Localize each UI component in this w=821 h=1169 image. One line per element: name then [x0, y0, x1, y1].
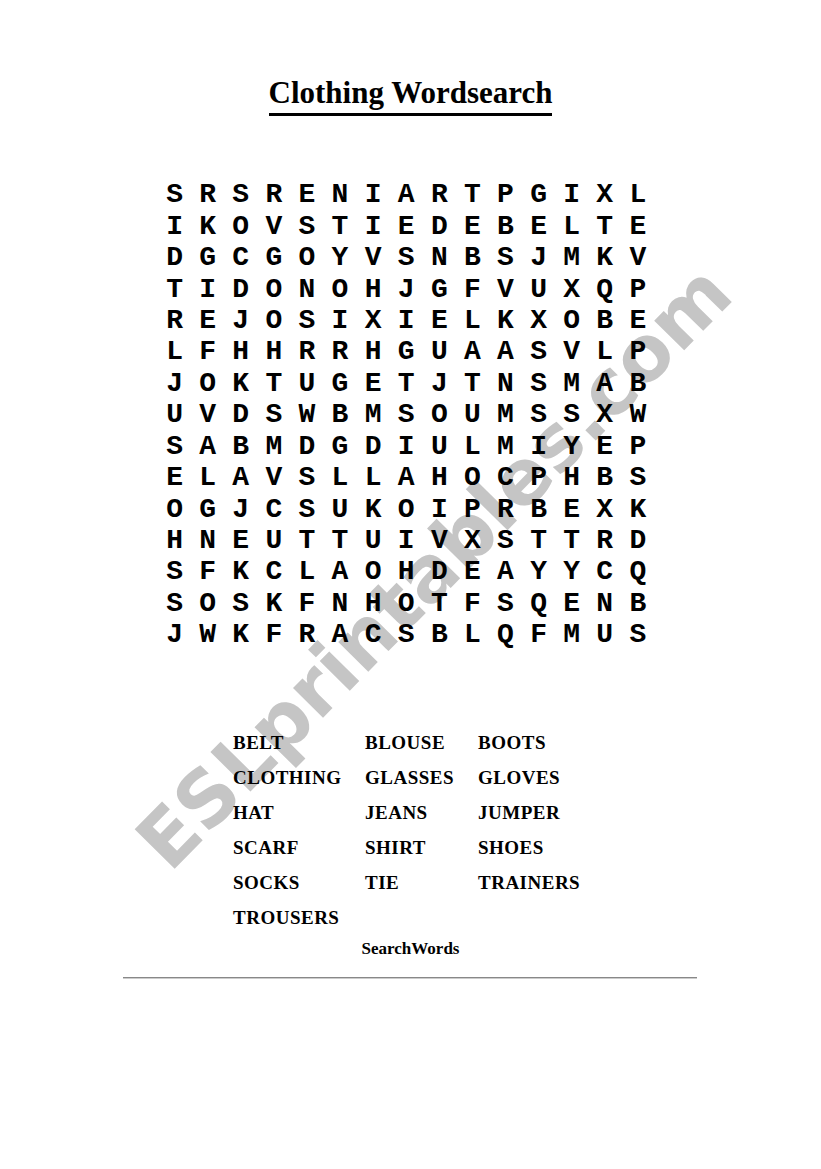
grid-cell: L [323, 462, 356, 493]
grid-cell: L [621, 179, 654, 210]
grid-cell: V [357, 242, 390, 273]
grid-cell: L [588, 336, 621, 367]
grid-cell: T [588, 210, 621, 241]
grid-cell: N [191, 525, 224, 556]
grid-cell: B [621, 368, 654, 399]
grid-cell: H [257, 336, 290, 367]
grid-cell: S [158, 179, 191, 210]
worksheet-page: ESLprintables.com Clothing Wordsearch SR… [0, 0, 821, 1169]
grid-cell: A [224, 462, 257, 493]
grid-cell: J [423, 368, 456, 399]
word-list-item: JEANS [365, 795, 478, 830]
grid-cell: S [522, 336, 555, 367]
grid-cell: D [224, 399, 257, 430]
grid-cell: E [158, 462, 191, 493]
grid-cell: G [257, 242, 290, 273]
grid-cell: T [323, 210, 356, 241]
grid-cell: E [423, 305, 456, 336]
grid-cell: R [489, 493, 522, 524]
grid-cell: F [522, 619, 555, 650]
word-list-item: SHIRT [365, 830, 478, 865]
grid-cell: X [588, 399, 621, 430]
grid-cell: W [191, 619, 224, 650]
grid-cell: M [257, 431, 290, 462]
grid-cell: I [357, 210, 390, 241]
grid-cell: T [522, 525, 555, 556]
grid-cell: R [290, 336, 323, 367]
grid-cell: B [588, 462, 621, 493]
grid-cell: Q [621, 556, 654, 587]
grid-cell: R [290, 619, 323, 650]
horizontal-rule [123, 977, 697, 978]
grid-cell: A [323, 619, 356, 650]
grid-cell: V [423, 525, 456, 556]
grid-cell: K [224, 368, 257, 399]
grid-cell: U [290, 368, 323, 399]
grid-cell: G [423, 273, 456, 304]
grid-cell: H [357, 273, 390, 304]
grid-cell: O [191, 588, 224, 619]
grid-cell: I [423, 493, 456, 524]
word-list-item: SCARF [233, 830, 365, 865]
word-list-item: GLASSES [365, 760, 478, 795]
grid-cell: A [191, 431, 224, 462]
grid-cell: G [323, 431, 356, 462]
grid-cell: U [158, 399, 191, 430]
grid-cell: T [456, 368, 489, 399]
grid-cell: J [522, 242, 555, 273]
grid-cell: C [489, 462, 522, 493]
grid-cell: B [456, 242, 489, 273]
grid-cell: M [555, 242, 588, 273]
grid-cell: S [224, 179, 257, 210]
grid-cell: G [191, 242, 224, 273]
grid-cell: L [290, 556, 323, 587]
grid-cell: D [357, 431, 390, 462]
grid-cell: Q [588, 273, 621, 304]
grid-cell: O [390, 588, 423, 619]
grid-cell: B [489, 210, 522, 241]
grid-cell: G [522, 179, 555, 210]
grid-cell: R [588, 525, 621, 556]
grid-cell: A [489, 556, 522, 587]
grid-cell: H [555, 462, 588, 493]
grid-cell: C [357, 619, 390, 650]
grid-cell: O [290, 242, 323, 273]
grid-cell: Y [555, 556, 588, 587]
grid-cell: X [522, 305, 555, 336]
grid-cell: S [489, 242, 522, 273]
grid-cell: O [357, 556, 390, 587]
grid-cell: F [257, 619, 290, 650]
grid-cell: I [555, 179, 588, 210]
grid-cell: U [323, 493, 356, 524]
grid-cell: E [390, 210, 423, 241]
grid-cell: P [621, 431, 654, 462]
grid-cell: K [224, 556, 257, 587]
grid-cell: E [191, 305, 224, 336]
grid-cell: X [588, 493, 621, 524]
grid-cell: O [158, 493, 191, 524]
grid-cell: H [158, 525, 191, 556]
grid-cell: L [158, 336, 191, 367]
grid-cell: V [555, 336, 588, 367]
grid-cell: S [390, 619, 423, 650]
grid-cell: E [290, 179, 323, 210]
grid-cell: R [191, 179, 224, 210]
grid-cell: H [390, 556, 423, 587]
grid-cell: J [224, 305, 257, 336]
grid-cell: R [323, 336, 356, 367]
grid-cell: Q [489, 619, 522, 650]
grid-cell: S [290, 210, 323, 241]
grid-cell: C [588, 556, 621, 587]
grid-cell: T [390, 368, 423, 399]
grid-cell: Y [323, 242, 356, 273]
grid-cell: E [522, 210, 555, 241]
grid-cell: Y [522, 556, 555, 587]
grid-cell: C [224, 242, 257, 273]
grid-cell: U [423, 336, 456, 367]
grid-cell: I [390, 431, 423, 462]
grid-cell: L [456, 619, 489, 650]
grid-cell: O [257, 305, 290, 336]
grid-cell: A [588, 368, 621, 399]
grid-cell: S [257, 399, 290, 430]
grid-cell: T [290, 525, 323, 556]
footer-label: SearchWords [0, 939, 821, 959]
grid-cell: X [555, 273, 588, 304]
grid-cell: M [489, 399, 522, 430]
grid-cell: U [257, 525, 290, 556]
grid-cell: O [390, 493, 423, 524]
grid-cell: Q [522, 588, 555, 619]
grid-cell: F [290, 588, 323, 619]
grid-cell: N [323, 179, 356, 210]
grid-cell: D [158, 242, 191, 273]
grid-cell: J [158, 619, 191, 650]
grid-cell: P [522, 462, 555, 493]
grid-cell: L [456, 431, 489, 462]
grid-cell: O [224, 210, 257, 241]
grid-cell: U [456, 399, 489, 430]
word-list-item: TRAINERS [478, 865, 580, 900]
grid-cell: Y [555, 431, 588, 462]
grid-cell: B [522, 493, 555, 524]
grid-cell: U [588, 619, 621, 650]
grid-cell: E [555, 493, 588, 524]
grid-cell: W [290, 399, 323, 430]
grid-cell: D [290, 431, 323, 462]
grid-cell: J [224, 493, 257, 524]
grid-cell: K [191, 210, 224, 241]
grid-cell: V [257, 462, 290, 493]
word-list-item: TIE [365, 865, 478, 900]
grid-cell: S [224, 588, 257, 619]
grid-cell: K [588, 242, 621, 273]
grid-cell: S [158, 431, 191, 462]
grid-cell: S [290, 462, 323, 493]
grid-cell: B [224, 431, 257, 462]
grid-cell: S [621, 619, 654, 650]
grid-cell: O [423, 399, 456, 430]
grid-cell: S [390, 242, 423, 273]
grid-cell: T [158, 273, 191, 304]
word-list-item: SHOES [478, 830, 580, 865]
grid-cell: A [390, 179, 423, 210]
grid-cell: P [456, 493, 489, 524]
grid-cell: T [423, 588, 456, 619]
grid-cell: N [323, 588, 356, 619]
grid-cell: A [489, 336, 522, 367]
grid-cell: I [191, 273, 224, 304]
grid-cell: S [390, 399, 423, 430]
word-list: BELTBLOUSEBOOTSCLOTHINGGLASSESGLOVESHATJ… [233, 725, 580, 935]
grid-cell: G [390, 336, 423, 367]
grid-cell: B [621, 588, 654, 619]
grid-cell: E [456, 210, 489, 241]
grid-cell: U [357, 525, 390, 556]
grid-cell: N [290, 273, 323, 304]
word-list-item: BOOTS [478, 725, 580, 760]
grid-cell: P [621, 336, 654, 367]
grid-cell: A [390, 462, 423, 493]
grid-cell: K [357, 493, 390, 524]
grid-cell: D [621, 525, 654, 556]
grid-cell: G [191, 493, 224, 524]
grid-cell: R [423, 179, 456, 210]
grid-cell: K [489, 305, 522, 336]
grid-cell: R [158, 305, 191, 336]
grid-cell: X [456, 525, 489, 556]
grid-cell: B [323, 399, 356, 430]
grid-cell: I [323, 305, 356, 336]
grid-cell: T [555, 525, 588, 556]
grid-cell: L [456, 305, 489, 336]
grid-cell: P [489, 179, 522, 210]
word-list-item: BLOUSE [365, 725, 478, 760]
grid-cell: M [489, 431, 522, 462]
word-list-item: HAT [233, 795, 365, 830]
grid-cell: K [257, 588, 290, 619]
grid-cell: O [323, 273, 356, 304]
grid-cell: S [621, 462, 654, 493]
grid-cell: H [423, 462, 456, 493]
page-title: Clothing Wordsearch [0, 74, 821, 116]
grid-cell: L [191, 462, 224, 493]
grid-cell: E [621, 210, 654, 241]
grid-cell: T [257, 368, 290, 399]
grid-cell: V [257, 210, 290, 241]
grid-cell: L [555, 210, 588, 241]
grid-cell: S [290, 305, 323, 336]
grid-cell: F [191, 336, 224, 367]
grid-cell: I [390, 305, 423, 336]
grid-cell: I [390, 525, 423, 556]
grid-cell: O [456, 462, 489, 493]
grid-cell: O [191, 368, 224, 399]
grid-cell: E [224, 525, 257, 556]
grid-cell: U [522, 273, 555, 304]
grid-cell: P [621, 273, 654, 304]
grid-cell: N [423, 242, 456, 273]
grid-cell: E [555, 588, 588, 619]
grid-cell: N [489, 368, 522, 399]
grid-cell: B [588, 305, 621, 336]
grid-cell: V [621, 242, 654, 273]
grid-cell: F [456, 588, 489, 619]
grid-cell: C [257, 556, 290, 587]
word-list-item: SOCKS [233, 865, 365, 900]
grid-cell: S [489, 588, 522, 619]
grid-cell: S [158, 588, 191, 619]
grid-cell: D [423, 556, 456, 587]
page-title-text: Clothing Wordsearch [269, 75, 553, 116]
grid-cell: O [555, 305, 588, 336]
grid-cell: M [555, 368, 588, 399]
word-list-item: CLOTHING [233, 760, 365, 795]
grid-cell: I [357, 179, 390, 210]
grid-cell: F [191, 556, 224, 587]
grid-cell: K [621, 493, 654, 524]
grid-cell: M [555, 619, 588, 650]
grid-cell: A [323, 556, 356, 587]
grid-cell: I [158, 210, 191, 241]
grid-cell: G [323, 368, 356, 399]
grid-cell: T [456, 179, 489, 210]
grid-cell: L [357, 462, 390, 493]
grid-cell: E [357, 368, 390, 399]
grid-cell: X [588, 179, 621, 210]
grid-cell: S [290, 493, 323, 524]
grid-cell: S [158, 556, 191, 587]
word-list-item: JUMPER [478, 795, 580, 830]
grid-cell: S [489, 525, 522, 556]
grid-cell: H [357, 336, 390, 367]
word-list-item: BELT [233, 725, 365, 760]
grid-cell: S [555, 399, 588, 430]
grid-cell: E [456, 556, 489, 587]
grid-cell: H [224, 336, 257, 367]
grid-cell: C [257, 493, 290, 524]
grid-cell: X [357, 305, 390, 336]
grid-cell: S [522, 368, 555, 399]
grid-cell: A [456, 336, 489, 367]
word-search-grid: SRSRENIARTPGIXLIKOVSTIEDEBELTEDGCGOYVSNB… [158, 179, 654, 651]
grid-cell: I [522, 431, 555, 462]
grid-cell: M [357, 399, 390, 430]
grid-cell: J [158, 368, 191, 399]
grid-cell: V [489, 273, 522, 304]
grid-cell: W [621, 399, 654, 430]
grid-cell: D [224, 273, 257, 304]
grid-cell: S [522, 399, 555, 430]
word-list-item: TROUSERS [233, 900, 365, 935]
grid-cell: J [390, 273, 423, 304]
word-list-item: GLOVES [478, 760, 580, 795]
grid-cell: U [423, 431, 456, 462]
grid-cell: D [423, 210, 456, 241]
grid-cell: K [224, 619, 257, 650]
grid-cell: N [588, 588, 621, 619]
grid-cell: T [323, 525, 356, 556]
grid-cell: V [191, 399, 224, 430]
grid-cell: H [357, 588, 390, 619]
grid-cell: B [423, 619, 456, 650]
grid-cell: R [257, 179, 290, 210]
grid-cell: O [257, 273, 290, 304]
grid-cell: F [456, 273, 489, 304]
grid-cell: E [621, 305, 654, 336]
grid-cell: E [588, 431, 621, 462]
